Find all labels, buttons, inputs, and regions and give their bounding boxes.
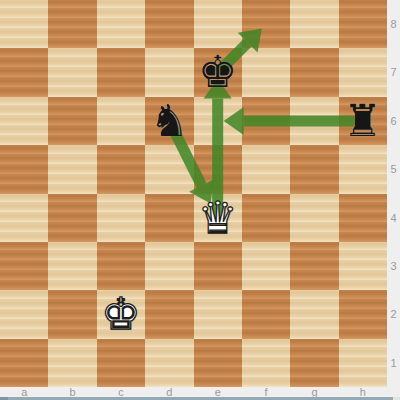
rank-label-8: 8 <box>387 0 400 48</box>
rank-label-7: 7 <box>387 48 400 96</box>
rank-label-5: 5 <box>387 145 400 193</box>
file-label-a: a <box>0 387 48 397</box>
piece-black-king[interactable]: ♚ <box>194 48 242 96</box>
piece-black-knight[interactable]: ♞ <box>145 97 193 145</box>
rank-label-6: 6 <box>387 97 400 145</box>
file-label-c: c <box>97 387 145 397</box>
file-label-e: e <box>194 387 242 397</box>
piece-white-queen[interactable]: ♛ <box>194 194 242 242</box>
rank-label-3: 3 <box>387 242 400 290</box>
file-label-d: d <box>145 387 193 397</box>
rank-label-4: 4 <box>387 194 400 242</box>
file-label-g: g <box>290 387 338 397</box>
piece-white-king[interactable]: ♚ <box>97 290 145 338</box>
rank-label-2: 2 <box>387 290 400 338</box>
chess-app: ♚♞♜♛♚ 87654321 abcdefgh <box>0 0 400 400</box>
rank-label-1: 1 <box>387 339 400 387</box>
file-label-f: f <box>242 387 290 397</box>
rank-coordinates: 87654321 <box>387 0 400 387</box>
file-coordinates: abcdefgh <box>0 387 387 397</box>
file-label-b: b <box>48 387 96 397</box>
piece-black-rook[interactable]: ♜ <box>339 97 387 145</box>
pieces-layer: ♚♞♜♛♚ <box>0 0 387 387</box>
file-label-h: h <box>339 387 387 397</box>
